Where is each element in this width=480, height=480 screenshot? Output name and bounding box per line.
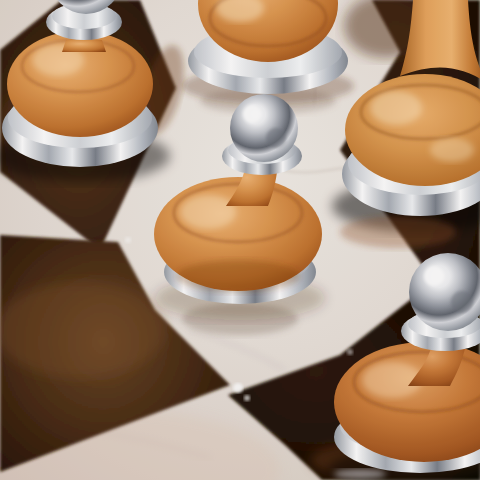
board-scene: [0, 0, 480, 480]
vignette: [0, 0, 480, 480]
chess-set-photo: [0, 0, 480, 480]
